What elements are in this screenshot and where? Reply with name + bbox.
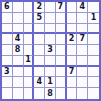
sudoku-cell-empty[interactable]: [77, 88, 88, 99]
sudoku-cell-empty[interactable]: [13, 77, 24, 88]
sudoku-cell-given[interactable]: 4: [13, 34, 24, 45]
sudoku-cell-empty[interactable]: [77, 13, 88, 24]
sudoku-cell-empty[interactable]: [45, 13, 56, 24]
sudoku-cell-empty[interactable]: [2, 13, 13, 24]
sudoku-cell-empty[interactable]: [24, 34, 35, 45]
sudoku-cell-empty[interactable]: [34, 45, 45, 56]
sudoku-cell-given[interactable]: 1: [45, 77, 56, 88]
sudoku-cell-empty[interactable]: [67, 56, 78, 67]
sudoku-cell-empty[interactable]: [13, 13, 24, 24]
sudoku-cell-empty[interactable]: [2, 88, 13, 99]
sudoku-cell-empty[interactable]: [2, 24, 13, 35]
sudoku-cell-given[interactable]: 7: [56, 2, 67, 13]
sudoku-cell-empty[interactable]: [34, 24, 45, 35]
sudoku-cell-empty[interactable]: [13, 88, 24, 99]
sudoku-cell-empty[interactable]: [56, 77, 67, 88]
sudoku-cell-empty[interactable]: [77, 56, 88, 67]
sudoku-cell-given[interactable]: 2: [34, 2, 45, 13]
sudoku-cell-empty[interactable]: [88, 67, 99, 78]
sudoku-cell-empty[interactable]: [56, 67, 67, 78]
sudoku-cell-given[interactable]: 1: [88, 13, 99, 24]
sudoku-cell-empty[interactable]: [56, 24, 67, 35]
sudoku-cell-empty[interactable]: [88, 34, 99, 45]
sudoku-cell-empty[interactable]: [13, 67, 24, 78]
sudoku-cell-empty[interactable]: [77, 77, 88, 88]
sudoku-cell-empty[interactable]: [88, 77, 99, 88]
sudoku-cell-empty[interactable]: [56, 45, 67, 56]
sudoku-cell-given[interactable]: 7: [77, 34, 88, 45]
sudoku-cell-empty[interactable]: [56, 13, 67, 24]
sudoku-cell-empty[interactable]: [2, 45, 13, 56]
sudoku-cell-given[interactable]: 8: [13, 45, 24, 56]
sudoku-cell-empty[interactable]: [67, 2, 78, 13]
sudoku-cell-empty[interactable]: [34, 56, 45, 67]
sudoku-cell-empty[interactable]: [24, 67, 35, 78]
sudoku-cell-given[interactable]: 8: [45, 88, 56, 99]
sudoku-cell-empty[interactable]: [88, 56, 99, 67]
sudoku-cell-empty[interactable]: [56, 88, 67, 99]
sudoku-cell-empty[interactable]: [45, 67, 56, 78]
sudoku-cell-given[interactable]: 1: [24, 56, 35, 67]
sudoku-cell-empty[interactable]: [24, 45, 35, 56]
sudoku-cell-empty[interactable]: [24, 88, 35, 99]
sudoku-cell-empty[interactable]: [77, 24, 88, 35]
sudoku-cell-given[interactable]: 3: [2, 67, 13, 78]
sudoku-cell-given[interactable]: 5: [34, 13, 45, 24]
sudoku-cell-empty[interactable]: [77, 45, 88, 56]
sudoku-cell-empty[interactable]: [77, 67, 88, 78]
sudoku-cell-empty[interactable]: [88, 24, 99, 35]
sudoku-cell-empty[interactable]: [34, 88, 45, 99]
sudoku-cell-empty[interactable]: [56, 56, 67, 67]
sudoku-board: 62745142783137418: [0, 0, 101, 101]
sudoku-cell-empty[interactable]: [13, 24, 24, 35]
sudoku-cell-empty[interactable]: [67, 13, 78, 24]
sudoku-cell-empty[interactable]: [67, 45, 78, 56]
sudoku-cell-empty[interactable]: [88, 45, 99, 56]
sudoku-cell-empty[interactable]: [2, 77, 13, 88]
sudoku-cell-empty[interactable]: [45, 24, 56, 35]
sudoku-cell-empty[interactable]: [34, 34, 45, 45]
sudoku-cell-given[interactable]: 7: [67, 67, 78, 78]
sudoku-cell-empty[interactable]: [88, 2, 99, 13]
sudoku-cell-empty[interactable]: [2, 56, 13, 67]
sudoku-cell-empty[interactable]: [67, 24, 78, 35]
sudoku-cell-empty[interactable]: [67, 77, 78, 88]
sudoku-cell-empty[interactable]: [88, 88, 99, 99]
sudoku-cell-empty[interactable]: [45, 2, 56, 13]
sudoku-cell-empty[interactable]: [34, 67, 45, 78]
sudoku-cell-empty[interactable]: [24, 24, 35, 35]
sudoku-cell-empty[interactable]: [67, 88, 78, 99]
sudoku-cell-given[interactable]: 4: [77, 2, 88, 13]
sudoku-cell-empty[interactable]: [24, 2, 35, 13]
sudoku-cell-empty[interactable]: [2, 34, 13, 45]
sudoku-cell-empty[interactable]: [56, 34, 67, 45]
sudoku-cell-given[interactable]: 4: [34, 77, 45, 88]
sudoku-cell-given[interactable]: 3: [45, 45, 56, 56]
sudoku-cell-empty[interactable]: [24, 13, 35, 24]
sudoku-cell-empty[interactable]: [13, 2, 24, 13]
sudoku-cell-given[interactable]: 2: [67, 34, 78, 45]
sudoku-cell-empty[interactable]: [24, 77, 35, 88]
sudoku-cell-given[interactable]: 6: [2, 2, 13, 13]
sudoku-cell-empty[interactable]: [45, 56, 56, 67]
sudoku-cell-empty[interactable]: [13, 56, 24, 67]
sudoku-cell-empty[interactable]: [45, 34, 56, 45]
